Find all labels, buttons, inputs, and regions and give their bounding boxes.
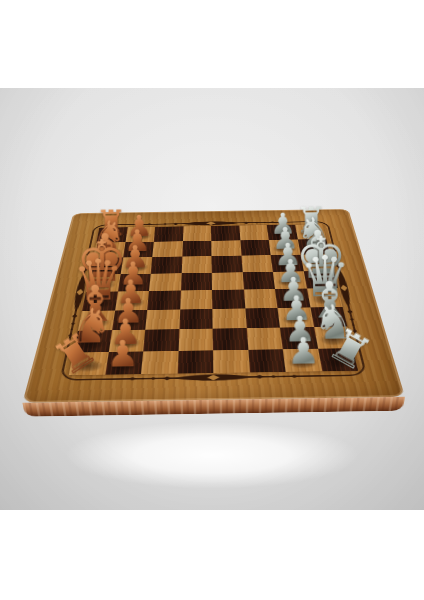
product-photo: ♜♞♝♚♛♝♞♜♟♟♟♟♟♟♟♟♟♟♟♟♟♟♟♟♜♞♝♚♛♝♞♜: [0, 88, 424, 510]
pieces-layer: ♜♞♝♚♛♝♞♜♟♟♟♟♟♟♟♟♟♟♟♟♟♟♟♟♜♞♝♚♛♝♞♜: [69, 224, 358, 375]
copper-pawn-glyph: ♟: [86, 335, 160, 373]
piece-copper-pawn-a7: ♟: [105, 351, 143, 375]
board-front-edge: [22, 397, 405, 417]
chess-board: ♜♞♝♚♛♝♞♜♟♟♟♟♟♟♟♟♟♟♟♟♟♟♟♟♜♞♝♚♛♝♞♜: [22, 209, 405, 403]
